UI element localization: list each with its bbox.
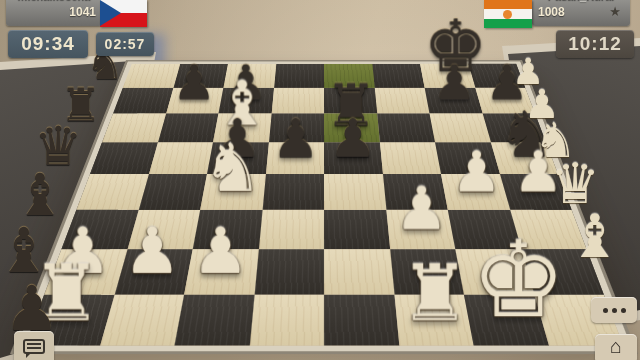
square-g5[interactable] (435, 142, 500, 174)
square-a6[interactable] (102, 113, 166, 142)
square-b6[interactable] (158, 113, 219, 142)
square-b5[interactable] (149, 142, 214, 174)
player-card-right[interactable]: Pasan_Kural 1008 ★ (532, 0, 630, 26)
home-button[interactable]: ⌂ (595, 334, 637, 360)
square-h6[interactable] (482, 113, 546, 142)
square-b7[interactable]: ♟ (166, 87, 224, 113)
square-c8[interactable] (223, 64, 276, 88)
square-a2[interactable]: ♟ (44, 249, 127, 294)
square-h2[interactable] (521, 249, 604, 294)
square-b4[interactable] (138, 174, 207, 209)
chess-app-screen: ♚♟♟♟♟♝♜♟♟♟♞♞♟♟♟♟♟♟♜♜♚ michalkocena 1041 … (0, 0, 640, 360)
more-options-button[interactable] (591, 297, 637, 323)
square-g3[interactable] (448, 209, 521, 249)
square-f2[interactable] (390, 249, 464, 294)
chat-button[interactable] (14, 331, 54, 360)
clock-white-secondary-value: 02:57 (105, 36, 146, 52)
square-c6[interactable]: ♝ (213, 113, 271, 142)
square-b3[interactable] (127, 209, 200, 249)
square-e5[interactable]: ♟ (324, 142, 383, 174)
square-c4[interactable]: ♞ (200, 174, 265, 209)
square-a4[interactable] (77, 174, 149, 209)
square-c1[interactable] (174, 294, 254, 345)
square-c2[interactable]: ♟ (184, 249, 258, 294)
square-b8[interactable] (173, 64, 228, 88)
square-c3[interactable] (193, 209, 262, 249)
square-e6[interactable]: ♜ (324, 113, 379, 142)
flag-niger-icon (484, 0, 532, 28)
square-f6[interactable] (377, 113, 435, 142)
dot-icon (621, 308, 626, 313)
square-d5[interactable]: ♟ (266, 142, 325, 174)
square-e7[interactable] (324, 87, 377, 113)
square-d6[interactable] (269, 113, 324, 142)
square-a7[interactable] (113, 87, 173, 113)
square-g7[interactable]: ♟ (425, 87, 483, 113)
square-f5[interactable] (379, 142, 441, 174)
square-b1[interactable] (100, 294, 185, 345)
square-e1[interactable] (324, 294, 399, 345)
square-d2[interactable] (254, 249, 324, 294)
dot-icon (603, 308, 608, 313)
flag-czech-republic-icon (100, 0, 147, 27)
square-f7[interactable] (374, 87, 429, 113)
square-a8[interactable] (123, 64, 180, 88)
square-a3[interactable] (61, 209, 138, 249)
square-e4[interactable] (324, 174, 386, 209)
square-f4[interactable] (383, 174, 448, 209)
square-d3[interactable] (258, 209, 324, 249)
square-h5[interactable]: ♞ (490, 142, 558, 174)
dot-icon (612, 308, 617, 313)
clock-white-main-value: 09:34 (21, 33, 75, 55)
clock-black-main-value: 10:12 (568, 33, 622, 55)
piece-white-pawn-f3[interactable]: ♟ (389, 180, 454, 240)
clock-white-secondary: 02:57 (96, 32, 154, 56)
square-d1[interactable] (249, 294, 324, 345)
square-d4[interactable] (262, 174, 324, 209)
square-g4[interactable]: ♟ (441, 174, 510, 209)
clock-black-main: 10:12 (556, 30, 634, 58)
square-d8[interactable] (274, 64, 324, 88)
square-e3[interactable] (324, 209, 390, 249)
square-h7[interactable]: ♟ (475, 87, 535, 113)
square-g6[interactable] (430, 113, 491, 142)
square-h8[interactable] (468, 64, 525, 88)
square-f3[interactable]: ♟ (386, 209, 455, 249)
square-h3[interactable] (510, 209, 587, 249)
player-rating-left: 1041 (6, 4, 102, 20)
square-a5[interactable] (90, 142, 158, 174)
clock-white-main: 09:34 (8, 30, 88, 58)
square-b2[interactable]: ♟ (114, 249, 192, 294)
square-h4[interactable]: ♟ (500, 174, 572, 209)
square-e2[interactable] (324, 249, 394, 294)
square-d7[interactable] (271, 87, 324, 113)
square-f8[interactable] (372, 64, 425, 88)
square-c5[interactable]: ♟ (207, 142, 269, 174)
speech-bubble-icon (23, 339, 45, 354)
square-g8[interactable]: ♚ (420, 64, 475, 88)
square-e8[interactable] (324, 64, 374, 88)
home-icon: ⌂ (610, 334, 622, 358)
square-f1[interactable]: ♜ (394, 294, 474, 345)
player-card-left[interactable]: michalkocena 1041 (6, 0, 102, 26)
star-icon: ★ (609, 5, 621, 19)
square-c7[interactable]: ♟ (218, 87, 273, 113)
